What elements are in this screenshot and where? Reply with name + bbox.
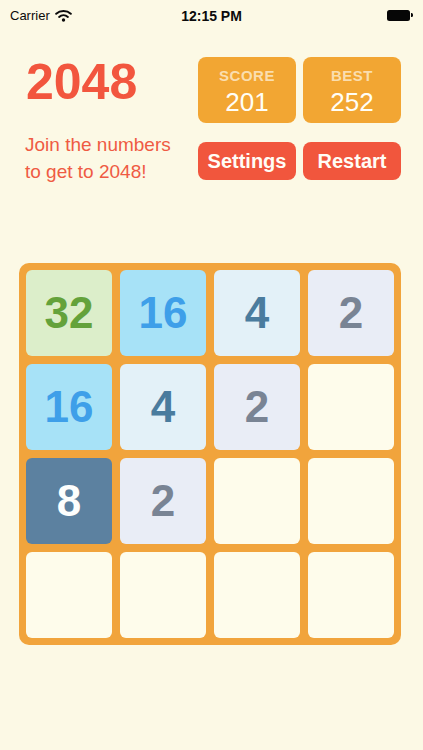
settings-button[interactable]: Settings (198, 142, 296, 180)
score-box: SCORE 201 (198, 57, 296, 123)
tile-r4c1-empty (26, 552, 112, 638)
tile-r4c4-empty (308, 552, 394, 638)
best-label: BEST (303, 67, 401, 84)
tile-r4c2-empty (120, 552, 206, 638)
tile-r1c3-4: 4 (214, 270, 300, 356)
tile-r3c2-2: 2 (120, 458, 206, 544)
subtitle-line-1: Join the numbers (25, 131, 171, 158)
tile-r3c4-empty (308, 458, 394, 544)
battery-nub (411, 13, 413, 17)
subtitle: Join the numbers to get to 2048! (25, 131, 171, 185)
app-title: 2048 (26, 56, 137, 108)
carrier-label: Carrier (10, 8, 50, 23)
tile-r1c4-2: 2 (308, 270, 394, 356)
best-value: 252 (303, 87, 401, 118)
restart-button[interactable]: Restart (303, 142, 401, 180)
tile-r3c3-empty (214, 458, 300, 544)
status-bar-left: Carrier (10, 8, 72, 23)
tile-r3c1-8: 8 (26, 458, 112, 544)
tile-r2c2-4: 4 (120, 364, 206, 450)
tile-r2c3-2: 2 (214, 364, 300, 450)
status-bar: Carrier 12:15 PM (0, 0, 423, 28)
wifi-icon (55, 9, 72, 22)
board-grid[interactable]: 321642164282 (19, 263, 401, 645)
battery-icon (387, 10, 410, 21)
subtitle-line-2: to get to 2048! (25, 158, 171, 185)
tile-r4c3-empty (214, 552, 300, 638)
score-label: SCORE (198, 67, 296, 84)
app-screen: Carrier 12:15 PM 2048 Join the numbers t… (0, 0, 423, 750)
tile-r1c2-16: 16 (120, 270, 206, 356)
tile-r1c1-32: 32 (26, 270, 112, 356)
score-value: 201 (198, 87, 296, 118)
tile-r2c1-16: 16 (26, 364, 112, 450)
tile-r2c4-empty (308, 364, 394, 450)
status-bar-right (387, 10, 413, 21)
best-box: BEST 252 (303, 57, 401, 123)
